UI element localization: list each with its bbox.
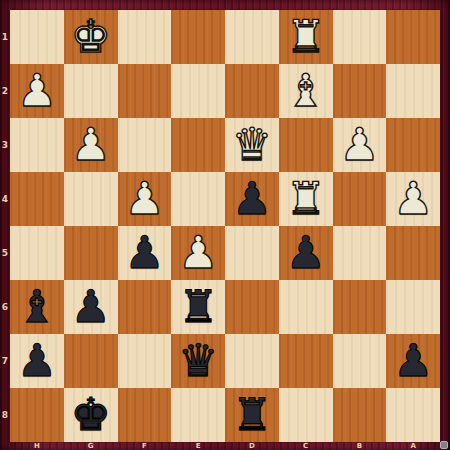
file-label-b: B	[333, 442, 387, 450]
square-b1[interactable]	[333, 10, 387, 64]
square-g5[interactable]	[64, 226, 118, 280]
corner-dot	[440, 441, 448, 449]
square-b6[interactable]	[333, 280, 387, 334]
square-h5[interactable]	[10, 226, 64, 280]
square-a6[interactable]	[386, 280, 440, 334]
square-a1[interactable]	[386, 10, 440, 64]
square-a3[interactable]	[386, 118, 440, 172]
square-f7[interactable]	[118, 334, 172, 388]
square-g6[interactable]: ♟	[64, 280, 118, 334]
square-d4[interactable]: ♟	[225, 172, 279, 226]
white-rook-c4[interactable]: ♜	[285, 176, 325, 221]
white-bishop-c2[interactable]: ♝	[285, 68, 325, 113]
square-g1[interactable]: ♚	[64, 10, 118, 64]
rank-label-4: 4	[0, 172, 10, 226]
square-g2[interactable]	[64, 64, 118, 118]
black-rook-e6[interactable]: ♜	[178, 284, 218, 329]
square-e6[interactable]: ♜	[171, 280, 225, 334]
square-b2[interactable]	[333, 64, 387, 118]
rank-label-5: 5	[0, 226, 10, 280]
square-h3[interactable]	[10, 118, 64, 172]
square-c5[interactable]: ♟	[279, 226, 333, 280]
file-label-d: D	[225, 442, 279, 450]
file-label-e: E	[171, 442, 225, 450]
square-c4[interactable]: ♜	[279, 172, 333, 226]
rank-label-7: 7	[0, 334, 10, 388]
rank-label-3: 3	[0, 118, 10, 172]
square-g7[interactable]	[64, 334, 118, 388]
square-c1[interactable]: ♜	[279, 10, 333, 64]
black-pawn-a7[interactable]: ♟	[393, 338, 433, 383]
black-pawn-c5[interactable]: ♟	[285, 230, 325, 275]
square-h2[interactable]: ♟	[10, 64, 64, 118]
square-f8[interactable]	[118, 388, 172, 442]
square-d8[interactable]: ♜	[225, 388, 279, 442]
square-d6[interactable]	[225, 280, 279, 334]
square-c7[interactable]	[279, 334, 333, 388]
square-h1[interactable]	[10, 10, 64, 64]
square-h7[interactable]: ♟	[10, 334, 64, 388]
square-h6[interactable]: ♝	[10, 280, 64, 334]
square-e4[interactable]	[171, 172, 225, 226]
square-c3[interactable]	[279, 118, 333, 172]
rank-label-8: 8	[0, 388, 10, 442]
square-f3[interactable]	[118, 118, 172, 172]
square-e8[interactable]	[171, 388, 225, 442]
square-b3[interactable]: ♟	[333, 118, 387, 172]
square-c2[interactable]: ♝	[279, 64, 333, 118]
square-a4[interactable]: ♟	[386, 172, 440, 226]
white-pawn-f4[interactable]: ♟	[124, 176, 164, 221]
square-b4[interactable]	[333, 172, 387, 226]
black-pawn-f5[interactable]: ♟	[124, 230, 164, 275]
white-rook-c1[interactable]: ♜	[285, 14, 325, 59]
square-d1[interactable]	[225, 10, 279, 64]
white-pawn-a4[interactable]: ♟	[393, 176, 433, 221]
square-a2[interactable]	[386, 64, 440, 118]
black-pawn-h7[interactable]: ♟	[17, 338, 57, 383]
square-e1[interactable]	[171, 10, 225, 64]
square-h4[interactable]	[10, 172, 64, 226]
square-c6[interactable]	[279, 280, 333, 334]
white-king-g1[interactable]: ♚	[70, 14, 110, 59]
black-queen-e7[interactable]: ♛	[178, 338, 218, 383]
chess-board-frame: ♚♜♟♝♟♛♟♟♟♜♟♟♟♟♝♟♜♟♛♟♚♜ 12345678HGFEDCBA	[0, 0, 450, 450]
square-d5[interactable]	[225, 226, 279, 280]
black-pawn-g6[interactable]: ♟	[70, 284, 110, 329]
black-pawn-d4[interactable]: ♟	[232, 176, 272, 221]
square-d2[interactable]	[225, 64, 279, 118]
white-pawn-e5[interactable]: ♟	[178, 230, 218, 275]
rank-label-2: 2	[0, 64, 10, 118]
square-f4[interactable]: ♟	[118, 172, 172, 226]
file-label-h: H	[10, 442, 64, 450]
file-label-g: G	[64, 442, 118, 450]
file-label-f: F	[118, 442, 172, 450]
black-rook-d8[interactable]: ♜	[232, 392, 272, 437]
square-d7[interactable]	[225, 334, 279, 388]
rank-label-1: 1	[0, 10, 10, 64]
chess-board: ♚♜♟♝♟♛♟♟♟♜♟♟♟♟♝♟♜♟♛♟♚♜	[10, 10, 440, 442]
square-g4[interactable]	[64, 172, 118, 226]
square-e2[interactable]	[171, 64, 225, 118]
square-e5[interactable]: ♟	[171, 226, 225, 280]
file-label-c: C	[279, 442, 333, 450]
square-f2[interactable]	[118, 64, 172, 118]
square-f1[interactable]	[118, 10, 172, 64]
square-g8[interactable]: ♚	[64, 388, 118, 442]
file-label-a: A	[386, 442, 440, 450]
white-pawn-b3[interactable]: ♟	[339, 122, 379, 167]
black-bishop-h6[interactable]: ♝	[17, 284, 57, 329]
square-a5[interactable]	[386, 226, 440, 280]
square-e3[interactable]	[171, 118, 225, 172]
rank-label-6: 6	[0, 280, 10, 334]
square-f6[interactable]	[118, 280, 172, 334]
white-queen-d3[interactable]: ♛	[232, 122, 272, 167]
square-f5[interactable]: ♟	[118, 226, 172, 280]
white-pawn-h2[interactable]: ♟	[17, 68, 57, 113]
square-b8[interactable]	[333, 388, 387, 442]
square-c8[interactable]	[279, 388, 333, 442]
square-d3[interactable]: ♛	[225, 118, 279, 172]
white-pawn-g3[interactable]: ♟	[70, 122, 110, 167]
square-b5[interactable]	[333, 226, 387, 280]
square-a8[interactable]	[386, 388, 440, 442]
square-h8[interactable]	[10, 388, 64, 442]
square-g3[interactable]: ♟	[64, 118, 118, 172]
square-e7[interactable]: ♛	[171, 334, 225, 388]
square-b7[interactable]	[333, 334, 387, 388]
black-king-g8[interactable]: ♚	[70, 392, 110, 437]
square-a7[interactable]: ♟	[386, 334, 440, 388]
